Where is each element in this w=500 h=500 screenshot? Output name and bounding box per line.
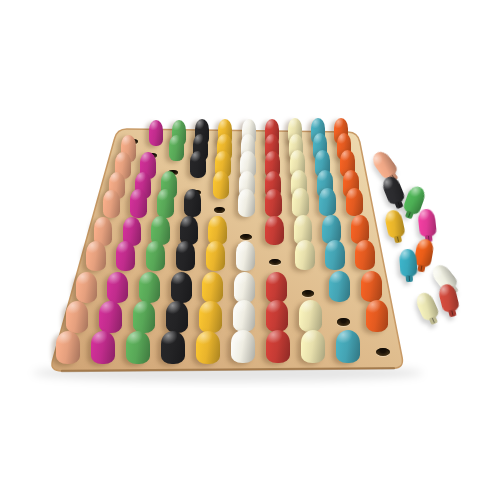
peg-orange-r5c10[interactable] xyxy=(346,188,363,216)
peg-teal-r8c9[interactable] xyxy=(329,271,350,302)
peg-magenta-r8c2[interactable] xyxy=(107,272,128,303)
peg-yellow-r7c5[interactable] xyxy=(206,241,226,271)
loose-peg-nub-cream xyxy=(428,316,437,325)
loose-peg-slit-red xyxy=(451,311,453,316)
loose-peg-slit-orange xyxy=(420,266,422,271)
loose-peg-nub-green xyxy=(404,210,413,219)
peg-teal-r7c9[interactable] xyxy=(325,240,345,270)
peg-magenta-r10c2[interactable] xyxy=(91,331,115,364)
loose-peg-nub-teal xyxy=(405,275,412,282)
peg-green-r7c3[interactable] xyxy=(146,241,166,271)
peg-green-r9c3[interactable] xyxy=(133,301,156,333)
empty-hole-r9c9[interactable] xyxy=(337,318,350,326)
empty-hole-r10c10[interactable] xyxy=(376,348,390,356)
peg-green-r8c3[interactable] xyxy=(139,272,160,303)
peg-peach-r5c1[interactable] xyxy=(103,190,120,218)
peg-yellow-r10c5[interactable] xyxy=(196,331,220,364)
peg-red-r8c7[interactable] xyxy=(266,272,287,303)
peg-green-r2c3[interactable] xyxy=(169,135,184,162)
peg-peach-r8c1[interactable] xyxy=(76,272,97,303)
peg-magenta-r9c2[interactable] xyxy=(99,301,122,333)
peg-black-r7c4[interactable] xyxy=(176,241,196,271)
peg-red-r9c7[interactable] xyxy=(266,300,289,332)
peg-cream-r5c8[interactable] xyxy=(292,188,309,216)
peg-orange-r9c10[interactable] xyxy=(366,300,389,332)
peg-cream-r10c8[interactable] xyxy=(301,330,325,363)
peg-white-r8c6[interactable] xyxy=(234,272,255,303)
loose-peg-teal[interactable] xyxy=(398,248,417,284)
loose-peg-slit-yellow xyxy=(396,237,398,242)
peg-teal-r5c9[interactable] xyxy=(319,188,336,216)
peg-white-r7c6[interactable] xyxy=(236,241,256,271)
peg-white-r10c6[interactable] xyxy=(231,330,255,363)
peg-teal-r10c9[interactable] xyxy=(336,330,360,363)
peg-black-r8c4[interactable] xyxy=(171,272,192,303)
loose-peg-slit-teal xyxy=(408,276,409,281)
peg-black-r5c4[interactable] xyxy=(184,189,201,217)
peg-peach-r7c1[interactable] xyxy=(86,241,106,271)
peg-yellow-r8c5[interactable] xyxy=(202,272,223,303)
loose-peg-nub-yellow xyxy=(393,235,401,243)
peg-black-r9c4[interactable] xyxy=(166,301,189,333)
peg-peach-r10c1[interactable] xyxy=(56,331,80,364)
loose-peg-body-pink xyxy=(417,208,437,238)
peg-yellow-r4c5[interactable] xyxy=(213,171,229,199)
peg-green-r5c3[interactable] xyxy=(157,189,174,217)
peg-orange-r7c10[interactable] xyxy=(355,240,375,270)
peg-red-r6c7[interactable] xyxy=(265,216,284,245)
loose-peg-slit-black xyxy=(397,202,400,207)
loose-peg-body-teal xyxy=(398,248,417,277)
peg-white-r5c6[interactable] xyxy=(238,189,255,217)
peg-orange-r8c10[interactable] xyxy=(361,271,382,302)
peg-white-r9c6[interactable] xyxy=(233,300,256,332)
peg-red-r5c7[interactable] xyxy=(265,189,282,217)
peg-red-r10c7[interactable] xyxy=(266,330,290,363)
peg-magenta-r7c2[interactable] xyxy=(116,241,136,271)
peg-black-r10c4[interactable] xyxy=(161,331,185,364)
peg-magenta-r1c2[interactable] xyxy=(149,120,163,146)
peg-black-r3c4[interactable] xyxy=(190,151,206,178)
loose-peg-nub-orange xyxy=(417,264,425,272)
peg-peach-r9c1[interactable] xyxy=(66,301,89,333)
peg-green-r10c3[interactable] xyxy=(126,331,150,364)
peg-cream-r7c8[interactable] xyxy=(295,240,315,270)
empty-hole-r8c8[interactable] xyxy=(302,290,315,297)
peg-cream-r9c8[interactable] xyxy=(299,300,322,332)
loose-peg-slit-green xyxy=(408,212,411,217)
pegboard-product-photo xyxy=(0,0,500,500)
peg-magenta-r5c2[interactable] xyxy=(130,189,147,217)
loose-peg-slit-cream xyxy=(431,318,434,323)
loose-peg-nub-red xyxy=(448,309,456,317)
peg-yellow-r9c5[interactable] xyxy=(199,301,222,333)
